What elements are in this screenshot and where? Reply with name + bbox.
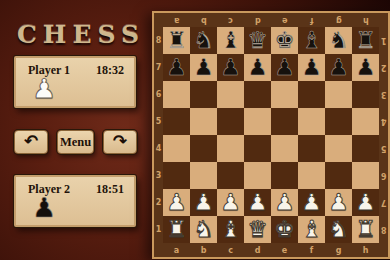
player2-card: Player 2 18:51 ♟ bbox=[14, 175, 136, 227]
undo-button[interactable]: ↶ bbox=[14, 130, 48, 154]
square-d3[interactable] bbox=[244, 162, 271, 189]
white-king[interactable]: ♚ bbox=[274, 216, 295, 243]
square-h5[interactable] bbox=[352, 108, 379, 135]
coord-label-h: h bbox=[363, 16, 369, 25]
player1-card: Player 1 18:32 ♟ bbox=[14, 56, 136, 108]
square-e8[interactable]: ♚ bbox=[271, 27, 298, 54]
coord-label-8: 8 bbox=[156, 36, 162, 45]
coord-label-7: 7 bbox=[156, 63, 162, 72]
square-g8[interactable]: ♞ bbox=[325, 27, 352, 54]
white-pawn-icon: ♟ bbox=[32, 74, 56, 104]
white-pawn[interactable]: ♟ bbox=[274, 189, 295, 216]
white-pawn[interactable]: ♟ bbox=[328, 189, 349, 216]
coord-label-6: 6 bbox=[156, 90, 162, 99]
black-pawn[interactable]: ♟ bbox=[301, 54, 322, 81]
white-rook[interactable]: ♜ bbox=[166, 216, 187, 243]
coord-label-5: 5 bbox=[381, 144, 387, 153]
square-h1[interactable]: ♜ bbox=[352, 216, 379, 243]
square-c4[interactable] bbox=[217, 135, 244, 162]
rank-labels-left: 87654321 bbox=[154, 27, 163, 243]
white-bishop[interactable]: ♝ bbox=[301, 216, 322, 243]
square-d7[interactable]: ♟ bbox=[244, 54, 271, 81]
white-pawn[interactable]: ♟ bbox=[193, 189, 214, 216]
black-pawn[interactable]: ♟ bbox=[193, 54, 214, 81]
square-f8[interactable]: ♝ bbox=[298, 27, 325, 54]
square-g7[interactable]: ♟ bbox=[325, 54, 352, 81]
square-e7[interactable]: ♟ bbox=[271, 54, 298, 81]
square-e6[interactable] bbox=[271, 81, 298, 108]
square-d1[interactable]: ♛ bbox=[244, 216, 271, 243]
redo-arrow-icon: ↷ bbox=[113, 131, 127, 151]
white-pawn[interactable]: ♟ bbox=[247, 189, 268, 216]
coord-label-c: c bbox=[228, 16, 233, 25]
black-bishop[interactable]: ♝ bbox=[220, 27, 241, 54]
square-a4[interactable] bbox=[163, 135, 190, 162]
square-h8[interactable]: ♜ bbox=[352, 27, 379, 54]
black-pawn[interactable]: ♟ bbox=[166, 54, 187, 81]
white-knight[interactable]: ♞ bbox=[193, 216, 214, 243]
coord-label-3: 3 bbox=[156, 171, 162, 180]
square-h7[interactable]: ♟ bbox=[352, 54, 379, 81]
black-pawn[interactable]: ♟ bbox=[247, 54, 268, 81]
square-d4[interactable] bbox=[244, 135, 271, 162]
coord-label-f: f bbox=[310, 246, 313, 255]
square-a6[interactable] bbox=[163, 81, 190, 108]
black-knight[interactable]: ♞ bbox=[328, 27, 349, 54]
square-d5[interactable] bbox=[244, 108, 271, 135]
rank-labels-right: 12345678 bbox=[379, 27, 388, 243]
black-bishop[interactable]: ♝ bbox=[301, 27, 322, 54]
white-pawn[interactable]: ♟ bbox=[301, 189, 322, 216]
square-e4[interactable] bbox=[271, 135, 298, 162]
square-f2[interactable]: ♟ bbox=[298, 189, 325, 216]
square-c7[interactable]: ♟ bbox=[217, 54, 244, 81]
square-a7[interactable]: ♟ bbox=[163, 54, 190, 81]
square-g4[interactable] bbox=[325, 135, 352, 162]
coord-label-b: b bbox=[201, 246, 207, 255]
file-labels-top: abcdefgh bbox=[163, 13, 379, 27]
coord-label-a: a bbox=[174, 246, 179, 255]
file-labels-bottom: abcdefgh bbox=[163, 243, 379, 257]
square-g6[interactable] bbox=[325, 81, 352, 108]
white-pawn[interactable]: ♟ bbox=[220, 189, 241, 216]
square-c8[interactable]: ♝ bbox=[217, 27, 244, 54]
square-f4[interactable] bbox=[298, 135, 325, 162]
white-bishop[interactable]: ♝ bbox=[220, 216, 241, 243]
square-d6[interactable] bbox=[244, 81, 271, 108]
coord-label-5: 5 bbox=[156, 117, 162, 126]
board-squares: ♜♞♝♛♚♝♞♜♟♟♟♟♟♟♟♟♟♟♟♟♟♟♟♟♜♞♝♛♚♝♞♜ bbox=[163, 27, 379, 243]
square-b3[interactable] bbox=[190, 162, 217, 189]
square-e3[interactable] bbox=[271, 162, 298, 189]
black-king[interactable]: ♚ bbox=[274, 27, 295, 54]
coord-label-f: f bbox=[310, 16, 313, 25]
square-g3[interactable] bbox=[325, 162, 352, 189]
square-c2[interactable]: ♟ bbox=[217, 189, 244, 216]
coord-label-g: g bbox=[336, 16, 342, 25]
black-pawn[interactable]: ♟ bbox=[328, 54, 349, 81]
coord-label-c: c bbox=[228, 246, 233, 255]
player2-clock: 18:51 bbox=[96, 182, 124, 197]
square-b5[interactable] bbox=[190, 108, 217, 135]
black-knight[interactable]: ♞ bbox=[193, 27, 214, 54]
square-a3[interactable] bbox=[163, 162, 190, 189]
player1-clock: 18:32 bbox=[96, 63, 124, 78]
coord-label-h: h bbox=[363, 246, 369, 255]
square-b4[interactable] bbox=[190, 135, 217, 162]
coord-label-d: d bbox=[255, 16, 261, 25]
square-e1[interactable]: ♚ bbox=[271, 216, 298, 243]
chess-board: abcdefgh 87654321 ♜♞♝♛♚♝♞♜♟♟♟♟♟♟♟♟♟♟♟♟♟♟… bbox=[152, 11, 390, 259]
square-f5[interactable] bbox=[298, 108, 325, 135]
black-pawn-icon: ♟ bbox=[32, 193, 56, 223]
coord-label-e: e bbox=[282, 246, 287, 255]
coord-label-g: g bbox=[336, 246, 342, 255]
square-b1[interactable]: ♞ bbox=[190, 216, 217, 243]
menu-button[interactable]: Menu bbox=[57, 130, 94, 154]
square-e5[interactable] bbox=[271, 108, 298, 135]
coord-label-4: 4 bbox=[381, 117, 387, 126]
square-h4[interactable] bbox=[352, 135, 379, 162]
white-pawn[interactable]: ♟ bbox=[355, 189, 376, 216]
white-queen[interactable]: ♛ bbox=[247, 216, 268, 243]
square-b2[interactable]: ♟ bbox=[190, 189, 217, 216]
square-d8[interactable]: ♛ bbox=[244, 27, 271, 54]
square-g5[interactable] bbox=[325, 108, 352, 135]
white-rook[interactable]: ♜ bbox=[355, 216, 376, 243]
coord-label-1: 1 bbox=[381, 36, 387, 45]
black-pawn[interactable]: ♟ bbox=[274, 54, 295, 81]
undo-arrow-icon: ↶ bbox=[24, 131, 38, 151]
coord-label-3: 3 bbox=[381, 90, 387, 99]
square-g1[interactable]: ♞ bbox=[325, 216, 352, 243]
square-c5[interactable] bbox=[217, 108, 244, 135]
coord-label-e: e bbox=[282, 16, 287, 25]
white-knight[interactable]: ♞ bbox=[328, 216, 349, 243]
black-pawn[interactable]: ♟ bbox=[355, 54, 376, 81]
square-c3[interactable] bbox=[217, 162, 244, 189]
coord-label-1: 1 bbox=[156, 225, 162, 234]
square-f1[interactable]: ♝ bbox=[298, 216, 325, 243]
square-e2[interactable]: ♟ bbox=[271, 189, 298, 216]
coord-label-8: 8 bbox=[381, 225, 387, 234]
square-g2[interactable]: ♟ bbox=[325, 189, 352, 216]
square-b7[interactable]: ♟ bbox=[190, 54, 217, 81]
app-title: CHESS bbox=[16, 20, 146, 49]
coord-label-d: d bbox=[255, 246, 261, 255]
square-c1[interactable]: ♝ bbox=[217, 216, 244, 243]
square-a8[interactable]: ♜ bbox=[163, 27, 190, 54]
controls-bar: ↶ Menu ↷ bbox=[14, 130, 138, 154]
coord-label-b: b bbox=[201, 16, 207, 25]
coord-label-7: 7 bbox=[381, 198, 387, 207]
black-rook[interactable]: ♜ bbox=[355, 27, 376, 54]
coord-label-6: 6 bbox=[381, 171, 387, 180]
square-h6[interactable] bbox=[352, 81, 379, 108]
square-a1[interactable]: ♜ bbox=[163, 216, 190, 243]
square-f7[interactable]: ♟ bbox=[298, 54, 325, 81]
square-a5[interactable] bbox=[163, 108, 190, 135]
square-h2[interactable]: ♟ bbox=[352, 189, 379, 216]
chess-app: CHESS Player 1 18:32 ♟ ↶ Menu ↷ Player 2… bbox=[0, 0, 390, 260]
square-d2[interactable]: ♟ bbox=[244, 189, 271, 216]
black-pawn[interactable]: ♟ bbox=[220, 54, 241, 81]
coord-label-2: 2 bbox=[381, 63, 387, 72]
square-b6[interactable] bbox=[190, 81, 217, 108]
coord-label-2: 2 bbox=[156, 198, 162, 207]
square-b8[interactable]: ♞ bbox=[190, 27, 217, 54]
square-h3[interactable] bbox=[352, 162, 379, 189]
black-queen[interactable]: ♛ bbox=[247, 27, 268, 54]
coord-label-4: 4 bbox=[156, 144, 162, 153]
redo-button[interactable]: ↷ bbox=[103, 130, 137, 154]
white-pawn[interactable]: ♟ bbox=[166, 189, 187, 216]
black-rook[interactable]: ♜ bbox=[166, 27, 187, 54]
square-f3[interactable] bbox=[298, 162, 325, 189]
square-c6[interactable] bbox=[217, 81, 244, 108]
square-f6[interactable] bbox=[298, 81, 325, 108]
square-a2[interactable]: ♟ bbox=[163, 189, 190, 216]
coord-label-a: a bbox=[174, 16, 179, 25]
